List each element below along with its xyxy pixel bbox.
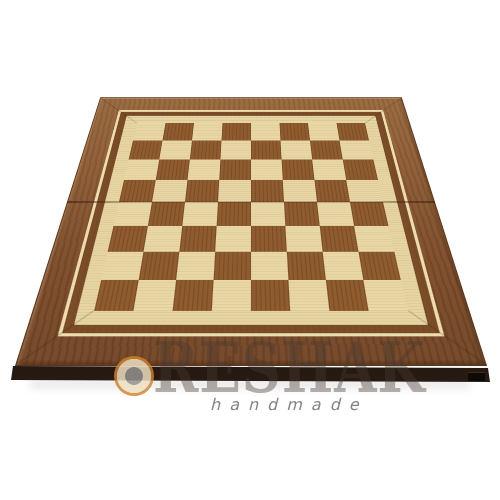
square: [212, 280, 251, 311]
square: [343, 160, 378, 180]
square: [320, 226, 359, 252]
square: [326, 280, 369, 311]
square: [222, 123, 251, 141]
square: [129, 141, 163, 160]
playing-field: [94, 123, 408, 311]
square: [251, 180, 284, 202]
clasp-notch: [468, 372, 485, 381]
brand-tagline: handmade: [210, 395, 368, 414]
square: [359, 252, 401, 280]
square: [339, 141, 373, 160]
square: [308, 123, 340, 141]
square: [185, 180, 219, 202]
square: [284, 202, 320, 226]
square: [283, 180, 317, 202]
fold-seam: [67, 201, 435, 202]
square: [288, 280, 329, 311]
board-frame: [15, 97, 487, 366]
square: [179, 226, 216, 252]
square: [133, 123, 166, 141]
square: [279, 123, 310, 141]
square: [173, 280, 214, 311]
square: [159, 141, 192, 160]
frame-miter-joint: [16, 310, 94, 365]
square: [218, 180, 251, 202]
square: [251, 202, 285, 226]
square: [280, 141, 312, 160]
square: [114, 202, 152, 226]
square: [220, 141, 251, 160]
square: [192, 123, 223, 141]
square: [251, 123, 280, 141]
square: [217, 202, 251, 226]
square: [251, 141, 282, 160]
square: [163, 123, 195, 141]
square: [251, 226, 287, 252]
square: [251, 280, 290, 311]
inlay-pinstripe: [58, 110, 445, 336]
square: [354, 226, 394, 252]
chess-board: [15, 97, 487, 366]
inlay-dark-band: [62, 112, 440, 334]
square: [152, 180, 188, 202]
product-photo: RESHAK handmade: [0, 0, 500, 500]
square: [251, 160, 283, 180]
square: [190, 141, 222, 160]
board-margin: [74, 116, 428, 325]
square: [323, 252, 364, 280]
square: [182, 202, 218, 226]
square: [143, 226, 182, 252]
square: [363, 280, 407, 311]
square: [310, 141, 343, 160]
square: [156, 160, 190, 180]
square: [251, 252, 288, 280]
square: [188, 160, 221, 180]
square: [314, 180, 350, 202]
square: [176, 252, 215, 280]
square: [350, 202, 388, 226]
square: [317, 202, 354, 226]
square: [214, 252, 251, 280]
square: [312, 160, 346, 180]
square: [287, 252, 326, 280]
square: [219, 160, 251, 180]
square: [133, 280, 176, 311]
square: [108, 226, 148, 252]
square: [282, 160, 315, 180]
square: [139, 252, 180, 280]
frame-miter-joint: [408, 310, 486, 365]
square: [285, 226, 322, 252]
square: [346, 180, 383, 202]
square: [119, 180, 156, 202]
square: [124, 160, 159, 180]
square: [94, 280, 138, 311]
square: [215, 226, 251, 252]
square: [101, 252, 143, 280]
square: [336, 123, 369, 141]
square: [148, 202, 185, 226]
